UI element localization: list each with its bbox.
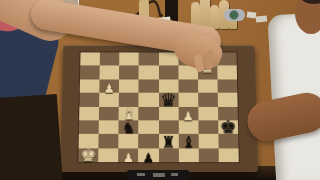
square-a3[interactable]: ♟ xyxy=(118,148,138,162)
square-g5[interactable] xyxy=(159,66,179,79)
black-rook-b5[interactable]: ♜ xyxy=(159,134,179,150)
square-c7[interactable] xyxy=(198,120,218,134)
square-e7[interactable] xyxy=(198,93,218,107)
square-f2[interactable]: ♟ xyxy=(99,79,119,93)
square-e1[interactable] xyxy=(79,93,99,107)
square-b2[interactable] xyxy=(99,134,119,148)
square-e6[interactable] xyxy=(178,93,198,107)
square-b5[interactable]: ♜ xyxy=(159,134,179,148)
square-a4[interactable]: ♟ xyxy=(138,148,158,162)
square-f7[interactable] xyxy=(198,79,218,93)
black-pawn-a4[interactable]: ♟ xyxy=(138,151,158,164)
square-c1[interactable] xyxy=(79,120,99,134)
square-h2[interactable] xyxy=(100,52,120,65)
board-frame: ♛♟♛♝♟♞♚♜♝♚♟♟ xyxy=(60,45,258,172)
white-king-a1[interactable]: ♚ xyxy=(78,146,98,165)
square-c2[interactable] xyxy=(99,120,119,134)
wristwatch-face xyxy=(229,10,239,20)
square-e4[interactable] xyxy=(139,93,159,107)
square-a7[interactable] xyxy=(198,148,218,162)
square-d4[interactable] xyxy=(139,106,159,120)
square-d1[interactable] xyxy=(79,106,99,120)
square-d2[interactable] xyxy=(99,106,119,120)
black-bishop-b6[interactable]: ♝ xyxy=(178,134,198,150)
square-b4[interactable] xyxy=(139,134,159,148)
square-d7[interactable] xyxy=(198,106,218,120)
square-h4[interactable] xyxy=(139,52,159,65)
square-g8[interactable] xyxy=(217,66,237,79)
black-king-c8[interactable]: ♚ xyxy=(218,118,238,136)
square-c3[interactable]: ♞ xyxy=(119,120,139,134)
chess-board: ♛♟♛♝♟♞♚♜♝♚♟♟ xyxy=(60,45,258,172)
square-f3[interactable] xyxy=(119,79,139,93)
square-f1[interactable] xyxy=(80,79,100,93)
table-tag xyxy=(256,16,267,23)
square-c4[interactable] xyxy=(139,120,159,134)
photo-scene: ♛♟♛♝♟♞♚♜♝♚♟♟ xyxy=(0,0,320,180)
square-b7[interactable] xyxy=(198,134,218,148)
white-pawn-f2[interactable]: ♟ xyxy=(99,82,119,94)
board-grid: ♛♟♛♝♟♞♚♜♝♚♟♟ xyxy=(78,52,239,162)
square-f8[interactable] xyxy=(217,79,237,93)
square-g1[interactable] xyxy=(80,66,100,79)
white-pawn-a3[interactable]: ♟ xyxy=(118,151,138,164)
square-h1[interactable] xyxy=(80,52,100,65)
square-a2[interactable] xyxy=(98,148,118,162)
black-queen-e5[interactable]: ♛ xyxy=(159,90,179,108)
square-d6[interactable]: ♟ xyxy=(178,106,198,120)
square-b6[interactable]: ♝ xyxy=(178,134,198,148)
square-h3[interactable] xyxy=(119,52,139,65)
square-c8[interactable]: ♚ xyxy=(218,120,238,134)
black-knight-c3[interactable]: ♞ xyxy=(119,121,139,136)
square-a8[interactable] xyxy=(218,148,238,162)
chess-clock[interactable] xyxy=(127,170,189,180)
square-g2[interactable] xyxy=(100,66,120,79)
square-a1[interactable]: ♚ xyxy=(78,148,98,162)
square-g4[interactable] xyxy=(139,66,159,79)
square-e5[interactable]: ♛ xyxy=(159,93,179,107)
square-e8[interactable] xyxy=(218,93,238,107)
shadow-corner xyxy=(0,94,63,180)
square-f4[interactable] xyxy=(139,79,159,93)
white-pawn-d6[interactable]: ♟ xyxy=(178,110,198,122)
square-g3[interactable] xyxy=(119,66,139,79)
square-f6[interactable] xyxy=(178,79,198,93)
